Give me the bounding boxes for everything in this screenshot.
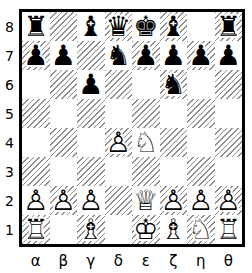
file-label-d: δ (105, 252, 133, 270)
black-knight-icon: ♞ (105, 41, 133, 70)
white-pawn: ♟♙ (77, 186, 105, 215)
square-e2[interactable]: ♛♕ (132, 186, 160, 215)
black-knight: ♞♞ (105, 41, 133, 70)
square-e8[interactable]: ♚♚ (132, 12, 160, 41)
square-b2[interactable]: ♟♙ (50, 186, 78, 215)
white-queen-icon: ♕ (132, 186, 160, 215)
square-a2[interactable]: ♟♙ (22, 186, 50, 215)
black-pawn: ♟♟ (160, 41, 188, 70)
square-h8[interactable]: ♜♜ (215, 12, 243, 41)
square-c4[interactable] (77, 128, 105, 157)
file-label-a: α (22, 252, 50, 270)
square-f5[interactable] (160, 99, 188, 128)
square-g7[interactable]: ♟♟ (187, 41, 215, 70)
black-king: ♚♚ (132, 12, 160, 41)
white-pawn-icon: ♙ (187, 186, 215, 215)
white-pawn-icon: ♙ (105, 128, 133, 157)
white-knight-icon: ♘ (132, 128, 160, 157)
square-a7[interactable]: ♟♟ (22, 41, 50, 70)
white-pawn-icon: ♙ (50, 186, 78, 215)
square-c2[interactable]: ♟♙ (77, 186, 105, 215)
square-e3[interactable] (132, 157, 160, 186)
black-pawn-icon: ♟ (160, 41, 188, 70)
square-e7[interactable]: ♟♟ (132, 41, 160, 70)
white-bishop: ♝♗ (160, 215, 188, 244)
square-c8[interactable]: ♝♝ (77, 12, 105, 41)
white-knight: ♞♘ (187, 215, 215, 244)
black-bishop-icon: ♝ (160, 12, 188, 41)
file-label-e: ε (132, 252, 160, 270)
chess-diagram: 87654321 ♜♜♝♝♛♛♚♚♝♝♜♜♟♟♟♟♞♞♟♟♟♟♟♟♟♟♟♟♞♞♟… (0, 0, 252, 273)
file-label-f: ζ (160, 252, 188, 270)
black-king-icon: ♚ (132, 12, 160, 41)
square-e5[interactable] (132, 99, 160, 128)
rank-label-4: 4 (0, 128, 19, 157)
white-rook: ♜♖ (215, 215, 243, 244)
square-g4[interactable] (187, 128, 215, 157)
white-pawn: ♟♙ (187, 186, 215, 215)
file-label-c: γ (77, 252, 105, 270)
square-b7[interactable]: ♟♟ (50, 41, 78, 70)
square-b8[interactable] (50, 12, 78, 41)
black-knight-icon: ♞ (160, 70, 188, 99)
square-g3[interactable] (187, 157, 215, 186)
white-rook: ♜♖ (22, 215, 50, 244)
black-pawn: ♟♟ (187, 41, 215, 70)
black-bishop: ♝♝ (77, 12, 105, 41)
square-e6[interactable] (132, 70, 160, 99)
square-g8[interactable] (187, 12, 215, 41)
white-bishop-icon: ♗ (77, 215, 105, 244)
black-bishop: ♝♝ (160, 12, 188, 41)
white-knight-icon: ♘ (187, 215, 215, 244)
square-c3[interactable] (77, 157, 105, 186)
white-pawn: ♟♙ (50, 186, 78, 215)
black-pawn: ♟♟ (77, 70, 105, 99)
rank-label-5: 5 (0, 99, 19, 128)
square-g2[interactable]: ♟♙ (187, 186, 215, 215)
square-h5[interactable] (215, 99, 243, 128)
white-bishop-icon: ♗ (160, 215, 188, 244)
black-queen-icon: ♛ (105, 12, 133, 41)
square-f8[interactable]: ♝♝ (160, 12, 188, 41)
square-b6[interactable] (50, 70, 78, 99)
black-pawn: ♟♟ (22, 41, 50, 70)
white-pawn: ♟♙ (215, 186, 243, 215)
rank-labels: 87654321 (0, 12, 19, 244)
white-bishop: ♝♗ (77, 215, 105, 244)
square-c7[interactable] (77, 41, 105, 70)
square-f3[interactable] (160, 157, 188, 186)
black-pawn-icon: ♟ (132, 41, 160, 70)
white-pawn: ♟♙ (160, 186, 188, 215)
square-g5[interactable] (187, 99, 215, 128)
black-rook-icon: ♜ (215, 12, 243, 41)
black-queen: ♛♛ (105, 12, 133, 41)
black-pawn: ♟♟ (132, 41, 160, 70)
black-pawn-icon: ♟ (50, 41, 78, 70)
square-g6[interactable] (187, 70, 215, 99)
white-knight: ♞♘ (132, 128, 160, 157)
square-e1[interactable]: ♚♔ (132, 215, 160, 244)
square-d8[interactable]: ♛♛ (105, 12, 133, 41)
black-rook: ♜♜ (22, 12, 50, 41)
square-h3[interactable] (215, 157, 243, 186)
square-d3[interactable] (105, 157, 133, 186)
black-rook-icon: ♜ (22, 12, 50, 41)
white-pawn-icon: ♙ (160, 186, 188, 215)
file-labels: αβγδεζηθ (22, 252, 242, 270)
black-pawn-icon: ♟ (215, 41, 243, 70)
white-king-icon: ♔ (132, 215, 160, 244)
rank-label-3: 3 (0, 157, 19, 186)
square-h2[interactable]: ♟♙ (215, 186, 243, 215)
white-pawn: ♟♙ (105, 128, 133, 157)
square-c1[interactable]: ♝♗ (77, 215, 105, 244)
square-d6[interactable] (105, 70, 133, 99)
white-pawn-icon: ♙ (22, 186, 50, 215)
rank-label-1: 1 (0, 215, 19, 244)
square-e4[interactable]: ♞♘ (132, 128, 160, 157)
square-a6[interactable] (22, 70, 50, 99)
square-g1[interactable]: ♞♘ (187, 215, 215, 244)
square-a3[interactable] (22, 157, 50, 186)
square-d2[interactable] (105, 186, 133, 215)
square-b5[interactable] (50, 99, 78, 128)
square-a8[interactable]: ♜♜ (22, 12, 50, 41)
white-pawn-icon: ♙ (77, 186, 105, 215)
file-label-h: θ (215, 252, 243, 270)
square-a1[interactable]: ♜♖ (22, 215, 50, 244)
white-king: ♚♔ (132, 215, 160, 244)
square-a4[interactable] (22, 128, 50, 157)
square-b3[interactable] (50, 157, 78, 186)
square-d5[interactable] (105, 99, 133, 128)
square-f2[interactable]: ♟♙ (160, 186, 188, 215)
square-f4[interactable] (160, 128, 188, 157)
square-d1[interactable] (105, 215, 133, 244)
square-c5[interactable] (77, 99, 105, 128)
white-queen: ♛♕ (132, 186, 160, 215)
square-h6[interactable] (215, 70, 243, 99)
rank-label-6: 6 (0, 70, 19, 99)
black-pawn-icon: ♟ (187, 41, 215, 70)
black-pawn-icon: ♟ (77, 70, 105, 99)
white-pawn: ♟♙ (22, 186, 50, 215)
square-d7[interactable]: ♞♞ (105, 41, 133, 70)
white-pawn-icon: ♙ (215, 186, 243, 215)
rank-label-2: 2 (0, 186, 19, 215)
square-h4[interactable] (215, 128, 243, 157)
rank-label-8: 8 (0, 12, 19, 41)
square-b4[interactable] (50, 128, 78, 157)
rank-label-7: 7 (0, 41, 19, 70)
square-d4[interactable]: ♟♙ (105, 128, 133, 157)
square-f6[interactable]: ♞♞ (160, 70, 188, 99)
file-label-b: β (50, 252, 78, 270)
white-rook-icon: ♖ (215, 215, 243, 244)
chess-board: ♜♜♝♝♛♛♚♚♝♝♜♜♟♟♟♟♞♞♟♟♟♟♟♟♟♟♟♟♞♞♟♙♞♘♟♙♟♙♟♙… (19, 9, 245, 247)
square-h1[interactable]: ♜♖ (215, 215, 243, 244)
black-pawn: ♟♟ (215, 41, 243, 70)
square-c6[interactable]: ♟♟ (77, 70, 105, 99)
black-bishop-icon: ♝ (77, 12, 105, 41)
square-f1[interactable]: ♝♗ (160, 215, 188, 244)
white-rook-icon: ♖ (22, 215, 50, 244)
black-rook: ♜♜ (215, 12, 243, 41)
square-h7[interactable]: ♟♟ (215, 41, 243, 70)
file-label-g: η (187, 252, 215, 270)
black-knight: ♞♞ (160, 70, 188, 99)
black-pawn: ♟♟ (50, 41, 78, 70)
black-pawn-icon: ♟ (22, 41, 50, 70)
square-b1[interactable] (50, 215, 78, 244)
square-f7[interactable]: ♟♟ (160, 41, 188, 70)
square-a5[interactable] (22, 99, 50, 128)
